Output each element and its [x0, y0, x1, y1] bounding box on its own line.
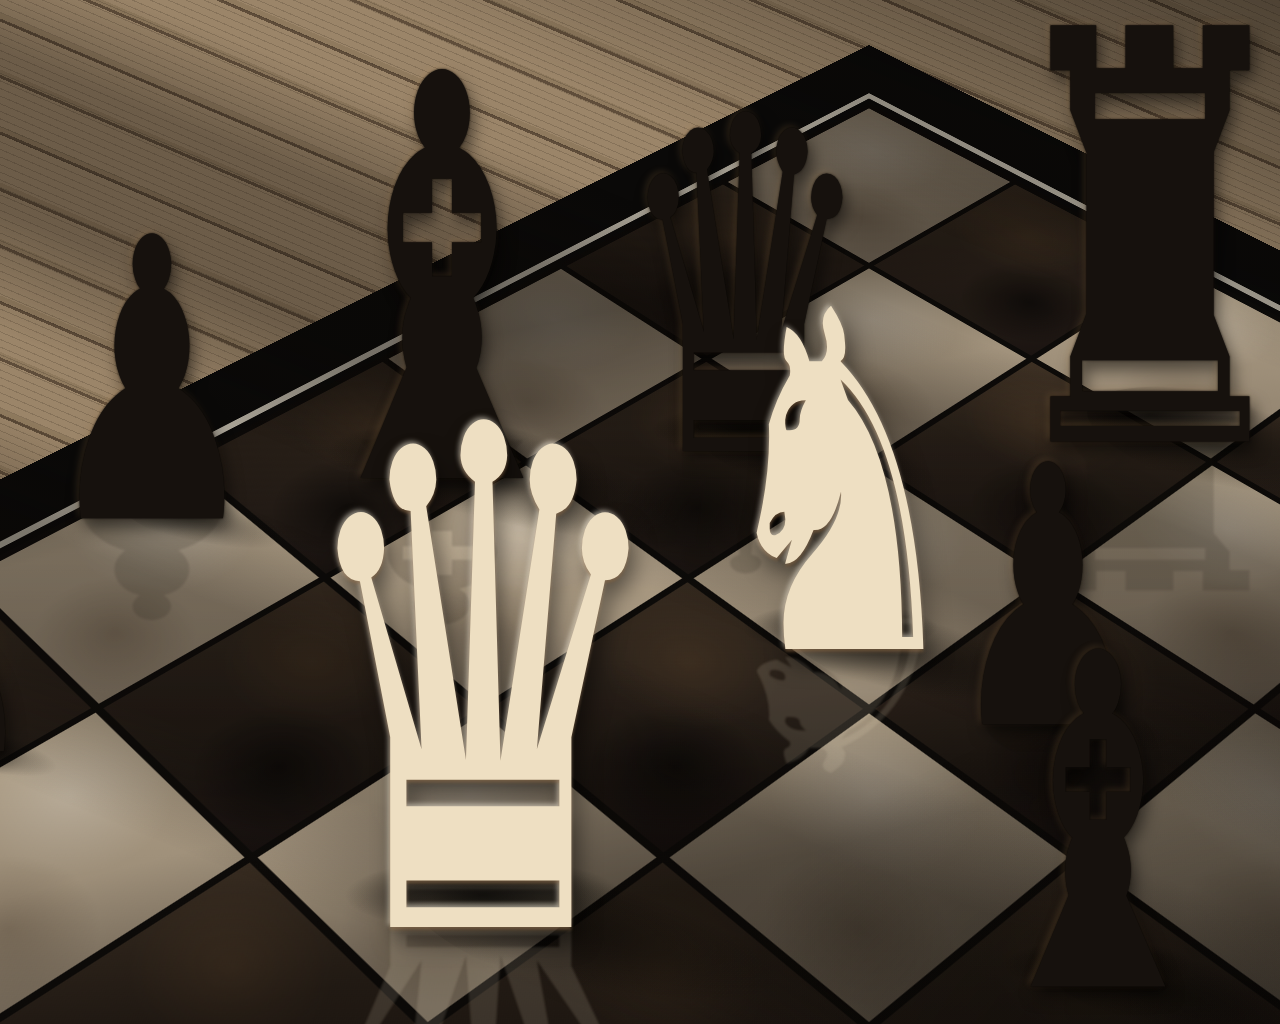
scene: ♜♛♞♟♝♝♟♛♟ ♜♛♞♟♝♝♟♛♟ [0, 0, 1280, 1024]
